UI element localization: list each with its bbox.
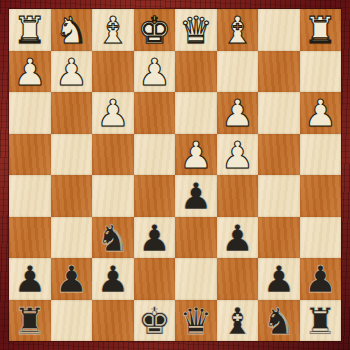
square-b6[interactable]: [258, 217, 300, 259]
square-b8[interactable]: ♞: [258, 300, 300, 342]
white-king-icon[interactable]: ♚: [138, 12, 171, 49]
black-pawn-icon[interactable]: ♟: [262, 261, 295, 298]
square-e8[interactable]: ♚: [134, 300, 176, 342]
white-rook-icon[interactable]: ♜: [304, 12, 337, 49]
square-e2[interactable]: ♟: [134, 51, 176, 93]
square-a2[interactable]: [300, 51, 342, 93]
square-h3[interactable]: [9, 92, 51, 134]
square-e5[interactable]: [134, 175, 176, 217]
square-f3[interactable]: ♟: [92, 92, 134, 134]
square-h1[interactable]: ♜: [9, 9, 51, 51]
square-g3[interactable]: [51, 92, 93, 134]
square-g8[interactable]: [51, 300, 93, 342]
square-d2[interactable]: [175, 51, 217, 93]
square-f6[interactable]: ♞: [92, 217, 134, 259]
square-e4[interactable]: [134, 134, 176, 176]
white-pawn-icon[interactable]: ♟: [304, 95, 337, 132]
square-b1[interactable]: [258, 9, 300, 51]
white-pawn-icon[interactable]: ♟: [179, 137, 212, 174]
square-h4[interactable]: [9, 134, 51, 176]
square-c1[interactable]: ♝: [217, 9, 259, 51]
black-pawn-icon[interactable]: ♟: [304, 261, 337, 298]
square-a6[interactable]: [300, 217, 342, 259]
black-knight-icon[interactable]: ♞: [262, 303, 295, 340]
square-g2[interactable]: ♟: [51, 51, 93, 93]
square-h8[interactable]: ♜: [9, 300, 51, 342]
square-b4[interactable]: [258, 134, 300, 176]
square-d6[interactable]: [175, 217, 217, 259]
square-d4[interactable]: ♟: [175, 134, 217, 176]
black-king-icon[interactable]: ♚: [138, 303, 171, 340]
white-pawn-icon[interactable]: ♟: [138, 54, 171, 91]
chess-board: ♜♞♝♚♛♝♜♟♟♟♟♟♟♟♟♟♞♟♟♟♟♟♟♟♜♚♛♝♞♜: [9, 9, 341, 341]
square-a8[interactable]: ♜: [300, 300, 342, 342]
square-a5[interactable]: [300, 175, 342, 217]
white-pawn-icon[interactable]: ♟: [55, 54, 88, 91]
square-c3[interactable]: ♟: [217, 92, 259, 134]
square-a3[interactable]: ♟: [300, 92, 342, 134]
square-e6[interactable]: ♟: [134, 217, 176, 259]
square-c7[interactable]: [217, 258, 259, 300]
square-c4[interactable]: ♟: [217, 134, 259, 176]
square-f4[interactable]: [92, 134, 134, 176]
square-c5[interactable]: [217, 175, 259, 217]
white-bishop-icon[interactable]: ♝: [96, 12, 129, 49]
square-c8[interactable]: ♝: [217, 300, 259, 342]
square-f8[interactable]: [92, 300, 134, 342]
black-pawn-icon[interactable]: ♟: [96, 261, 129, 298]
square-g1[interactable]: ♞: [51, 9, 93, 51]
white-pawn-icon[interactable]: ♟: [221, 137, 254, 174]
square-g5[interactable]: [51, 175, 93, 217]
board-frame: ♜♞♝♚♛♝♜♟♟♟♟♟♟♟♟♟♞♟♟♟♟♟♟♟♜♚♛♝♞♜: [0, 0, 350, 350]
black-pawn-icon[interactable]: ♟: [13, 261, 46, 298]
square-b5[interactable]: [258, 175, 300, 217]
white-queen-icon[interactable]: ♛: [179, 12, 212, 49]
square-b7[interactable]: ♟: [258, 258, 300, 300]
square-d5[interactable]: ♟: [175, 175, 217, 217]
square-h5[interactable]: [9, 175, 51, 217]
square-f1[interactable]: ♝: [92, 9, 134, 51]
square-g6[interactable]: [51, 217, 93, 259]
black-bishop-icon[interactable]: ♝: [221, 303, 254, 340]
square-b3[interactable]: [258, 92, 300, 134]
square-c2[interactable]: [217, 51, 259, 93]
white-pawn-icon[interactable]: ♟: [96, 95, 129, 132]
square-b2[interactable]: [258, 51, 300, 93]
square-d3[interactable]: [175, 92, 217, 134]
white-rook-icon[interactable]: ♜: [13, 12, 46, 49]
black-knight-icon[interactable]: ♞: [96, 220, 129, 257]
square-a1[interactable]: ♜: [300, 9, 342, 51]
square-g7[interactable]: ♟: [51, 258, 93, 300]
white-bishop-icon[interactable]: ♝: [221, 12, 254, 49]
black-pawn-icon[interactable]: ♟: [179, 178, 212, 215]
square-e7[interactable]: [134, 258, 176, 300]
square-h6[interactable]: [9, 217, 51, 259]
square-d7[interactable]: [175, 258, 217, 300]
square-f2[interactable]: [92, 51, 134, 93]
square-f5[interactable]: [92, 175, 134, 217]
white-pawn-icon[interactable]: ♟: [13, 54, 46, 91]
square-a7[interactable]: ♟: [300, 258, 342, 300]
black-rook-icon[interactable]: ♜: [304, 303, 337, 340]
black-queen-icon[interactable]: ♛: [179, 303, 212, 340]
white-knight-icon[interactable]: ♞: [55, 12, 88, 49]
black-pawn-icon[interactable]: ♟: [55, 261, 88, 298]
square-c6[interactable]: ♟: [217, 217, 259, 259]
square-f7[interactable]: ♟: [92, 258, 134, 300]
black-pawn-icon[interactable]: ♟: [221, 220, 254, 257]
square-d1[interactable]: ♛: [175, 9, 217, 51]
square-a4[interactable]: [300, 134, 342, 176]
square-h2[interactable]: ♟: [9, 51, 51, 93]
square-g4[interactable]: [51, 134, 93, 176]
white-pawn-icon[interactable]: ♟: [221, 95, 254, 132]
square-h7[interactable]: ♟: [9, 258, 51, 300]
square-e1[interactable]: ♚: [134, 9, 176, 51]
square-e3[interactable]: [134, 92, 176, 134]
black-rook-icon[interactable]: ♜: [13, 303, 46, 340]
square-d8[interactable]: ♛: [175, 300, 217, 342]
black-pawn-icon[interactable]: ♟: [138, 220, 171, 257]
